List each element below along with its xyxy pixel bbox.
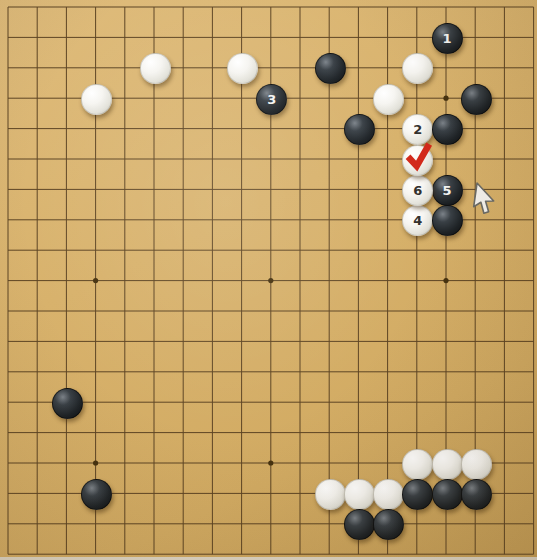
black-stone-C6[interactable] <box>52 388 83 419</box>
black-stone-Q13[interactable]: 5 <box>432 175 463 206</box>
move-number-label: 6 <box>413 184 422 197</box>
white-stone-F17[interactable] <box>140 53 171 84</box>
black-stone-Q18[interactable]: 1 <box>432 23 463 54</box>
move-number-label: 1 <box>442 32 451 45</box>
go-board[interactable]: 123456 <box>0 0 537 560</box>
white-stone-R4[interactable] <box>461 449 492 480</box>
white-stone-O3[interactable] <box>373 479 404 510</box>
white-stone-P14[interactable] <box>402 145 433 176</box>
move-number-label: 5 <box>442 184 451 197</box>
move-number-label: 3 <box>267 93 276 106</box>
white-stone-D16[interactable] <box>81 84 112 115</box>
white-stone-P4[interactable] <box>402 449 433 480</box>
white-stone-P13[interactable]: 6 <box>402 175 433 206</box>
white-stone-M3[interactable] <box>315 479 346 510</box>
black-stone-P3[interactable] <box>402 479 433 510</box>
black-stone-R3[interactable] <box>461 479 492 510</box>
black-stone-N15[interactable] <box>344 114 375 145</box>
star-point <box>268 278 273 283</box>
white-stone-Q4[interactable] <box>432 449 463 480</box>
black-stone-N2[interactable] <box>344 509 375 540</box>
black-stone-Q15[interactable] <box>432 114 463 145</box>
move-number-label: 4 <box>413 214 422 227</box>
star-point <box>268 460 273 465</box>
white-stone-N3[interactable] <box>344 479 375 510</box>
star-point <box>93 460 98 465</box>
star-point <box>443 278 448 283</box>
white-stone-O16[interactable] <box>373 84 404 115</box>
black-stone-R16[interactable] <box>461 84 492 115</box>
black-stone-D3[interactable] <box>81 479 112 510</box>
black-stone-K16[interactable]: 3 <box>256 84 287 115</box>
black-stone-Q3[interactable] <box>432 479 463 510</box>
move-number-label: 2 <box>413 123 422 136</box>
black-stone-M17[interactable] <box>315 53 346 84</box>
star-point <box>443 96 448 101</box>
black-stone-Q12[interactable] <box>432 205 463 236</box>
star-point <box>93 278 98 283</box>
